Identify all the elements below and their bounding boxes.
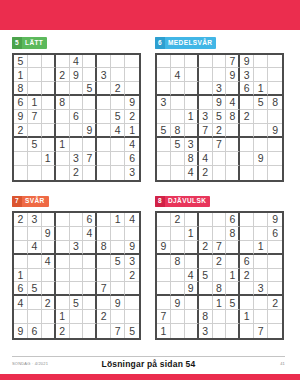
- sudoku-cell: 3: [125, 166, 139, 180]
- sudoku-cell: 8: [56, 96, 70, 110]
- sudoku-cell: [199, 296, 213, 310]
- sudoku-cell: [97, 110, 111, 124]
- sudoku-cell: 8: [171, 255, 185, 269]
- sudoku-cell: [70, 82, 84, 96]
- sudoku-cell: [171, 152, 185, 166]
- sudoku-cell: 2: [70, 166, 84, 180]
- sudoku-cell: [111, 282, 125, 296]
- sudoku-cell: [157, 227, 171, 241]
- sudoku-cell: [268, 138, 282, 152]
- sudoku-cell: 3: [240, 68, 254, 82]
- sudoku-cell: [97, 255, 111, 269]
- sudoku-grid-medelsvar: 7949336139458135825872953784942: [155, 53, 284, 182]
- sudoku-cell: 7: [199, 124, 213, 138]
- sudoku-cell: [171, 82, 185, 96]
- sudoku-cell: 8: [171, 124, 185, 138]
- sudoku-cell: [28, 296, 42, 310]
- sudoku-cell: [268, 241, 282, 255]
- sudoku-cell: [171, 110, 185, 124]
- sudoku-cell: [28, 55, 42, 69]
- sudoku-cell: [83, 269, 97, 283]
- sudoku-cell: [171, 227, 185, 241]
- sudoku-cell: 5: [111, 255, 125, 269]
- sudoku-cell: [14, 166, 28, 180]
- sudoku-cell: 5: [83, 82, 97, 96]
- sudoku-cell: [157, 138, 171, 152]
- sudoku-cell: 8: [268, 96, 282, 110]
- sudoku-cell: [111, 227, 125, 241]
- sudoku-cell: [240, 166, 254, 180]
- sudoku-cell: [14, 310, 28, 324]
- sudoku-cell: [226, 166, 240, 180]
- difficulty-badge-latt: 5 LÄTT: [12, 37, 47, 49]
- sudoku-cell: [226, 124, 240, 138]
- sudoku-cell: 1: [254, 82, 268, 96]
- sudoku-cell: [42, 124, 56, 138]
- sudoku-cell: [268, 152, 282, 166]
- sudoku-cell: [171, 269, 185, 283]
- sudoku-cell: 1: [157, 324, 171, 338]
- difficulty-label: DJÄVULSK: [165, 196, 210, 208]
- sudoku-cell: [125, 227, 139, 241]
- sudoku-cell: 9: [70, 68, 84, 82]
- sudoku-cell: [56, 82, 70, 96]
- difficulty-number: 6: [155, 37, 165, 49]
- sudoku-cell: [157, 55, 171, 69]
- sudoku-cell: 4: [83, 227, 97, 241]
- sudoku-cell: 2: [14, 124, 28, 138]
- puzzle-area: 5 LÄTT 5412938526189976522941514137623 6…: [0, 30, 300, 340]
- sudoku-cell: [157, 68, 171, 82]
- sudoku-cell: [28, 68, 42, 82]
- sudoku-cell: [42, 68, 56, 82]
- sudoku-cell: [111, 166, 125, 180]
- sudoku-cell: [199, 96, 213, 110]
- sudoku-cell: [111, 241, 125, 255]
- sudoku-cell: 5: [14, 55, 28, 69]
- sudoku-cell: 4: [185, 166, 199, 180]
- sudoku-cell: 1: [14, 68, 28, 82]
- sudoku-cell: 1: [56, 138, 70, 152]
- sudoku-cell: [70, 227, 84, 241]
- sudoku-cell: [111, 138, 125, 152]
- sudoku-cell: 2: [14, 213, 28, 227]
- sudoku-cell: [213, 324, 227, 338]
- sudoku-cell: 5: [125, 324, 139, 338]
- sudoku-cell: [42, 324, 56, 338]
- difficulty-badge-djavulsk: 8 DJÄVULSK: [155, 196, 210, 208]
- sudoku-cell: [226, 310, 240, 324]
- sudoku-cell: 3: [70, 152, 84, 166]
- sudoku-cell: [185, 124, 199, 138]
- sudoku-cell: [97, 269, 111, 283]
- sudoku-cell: 2: [42, 296, 56, 310]
- sudoku-cell: [97, 82, 111, 96]
- sudoku-cell: 6: [14, 96, 28, 110]
- sudoku-cell: [83, 110, 97, 124]
- sudoku-cell: 4: [125, 213, 139, 227]
- sudoku-cell: [185, 55, 199, 69]
- sudoku-cell: [199, 82, 213, 96]
- sudoku-cell: 2: [213, 255, 227, 269]
- sudoku-cell: 3: [199, 110, 213, 124]
- sudoku-cell: [28, 310, 42, 324]
- sudoku-cell: [185, 241, 199, 255]
- sudoku-cell: [157, 110, 171, 124]
- sudoku-cell: [226, 282, 240, 296]
- sudoku-cell: [226, 138, 240, 152]
- sudoku-cell: [56, 282, 70, 296]
- sudoku-cell: [70, 255, 84, 269]
- sudoku-cell: 3: [157, 96, 171, 110]
- sudoku-cell: [157, 152, 171, 166]
- sudoku-cell: 1: [14, 269, 28, 283]
- sudoku-cell: [28, 152, 42, 166]
- sudoku-cell: [97, 324, 111, 338]
- sudoku-grid-djavulsk: 269186927182645129839152781137: [155, 211, 284, 340]
- sudoku-cell: 5: [70, 296, 84, 310]
- difficulty-number: 8: [155, 196, 165, 208]
- sudoku-cell: 7: [111, 324, 125, 338]
- sudoku-cell: [83, 282, 97, 296]
- sudoku-cell: [254, 138, 268, 152]
- sudoku-cell: [28, 166, 42, 180]
- sudoku-cell: 6: [28, 324, 42, 338]
- sudoku-cell: 5: [28, 138, 42, 152]
- sudoku-cell: 7: [213, 241, 227, 255]
- bottom-accent-bar: [0, 374, 300, 380]
- sudoku-cell: [97, 55, 111, 69]
- puzzle-block-latt: 5 LÄTT 5412938526189976522941514137623: [12, 37, 141, 182]
- sudoku-grid-latt: 5412938526189976522941514137623: [12, 53, 141, 182]
- sudoku-cell: [14, 255, 28, 269]
- sudoku-cell: [213, 227, 227, 241]
- sudoku-cell: [125, 82, 139, 96]
- sudoku-cell: 7: [254, 324, 268, 338]
- sudoku-cell: 8: [199, 310, 213, 324]
- sudoku-cell: [97, 138, 111, 152]
- sudoku-cell: 7: [226, 55, 240, 69]
- sudoku-cell: 4: [111, 124, 125, 138]
- sudoku-cell: [185, 310, 199, 324]
- difficulty-badge-medelsvar: 6 MEDELSVÅR: [155, 37, 216, 49]
- top-accent-bar: [0, 0, 300, 30]
- sudoku-cell: [185, 213, 199, 227]
- sudoku-cell: 5: [157, 124, 171, 138]
- sudoku-cell: [28, 255, 42, 269]
- sudoku-cell: [254, 68, 268, 82]
- sudoku-cell: 2: [240, 269, 254, 283]
- difficulty-label: LÄTT: [22, 37, 47, 49]
- sudoku-cell: 1: [240, 310, 254, 324]
- sudoku-cell: 2: [56, 68, 70, 82]
- sudoku-cell: [42, 310, 56, 324]
- sudoku-cell: [83, 166, 97, 180]
- sudoku-cell: [185, 324, 199, 338]
- sudoku-cell: 6: [240, 82, 254, 96]
- sudoku-cell: 1: [185, 110, 199, 124]
- sudoku-cell: 2: [199, 241, 213, 255]
- sudoku-cell: [125, 282, 139, 296]
- sudoku-cell: 8: [97, 241, 111, 255]
- sudoku-cell: 7: [28, 110, 42, 124]
- sudoku-cell: [185, 96, 199, 110]
- sudoku-cell: [254, 213, 268, 227]
- sudoku-cell: [97, 213, 111, 227]
- sudoku-cell: [171, 96, 185, 110]
- puzzle-block-djavulsk: 8 DJÄVULSK 26918692718264512983915278113…: [155, 196, 284, 341]
- sudoku-cell: [56, 213, 70, 227]
- sudoku-cell: [185, 296, 199, 310]
- sudoku-cell: 8: [14, 82, 28, 96]
- sudoku-cell: [42, 138, 56, 152]
- sudoku-cell: [268, 68, 282, 82]
- sudoku-cell: [14, 152, 28, 166]
- sudoku-cell: 7: [97, 282, 111, 296]
- sudoku-cell: [42, 96, 56, 110]
- sudoku-cell: [268, 110, 282, 124]
- sudoku-cell: 9: [157, 241, 171, 255]
- sudoku-cell: [111, 96, 125, 110]
- sudoku-cell: [226, 324, 240, 338]
- sudoku-cell: 9: [171, 296, 185, 310]
- sudoku-cell: [42, 166, 56, 180]
- sudoku-cell: 9: [125, 96, 139, 110]
- sudoku-cell: 1: [56, 310, 70, 324]
- sudoku-cell: 3: [185, 138, 199, 152]
- sudoku-cell: [213, 269, 227, 283]
- sudoku-cell: 9: [185, 282, 199, 296]
- sudoku-cell: [240, 152, 254, 166]
- sudoku-cell: 3: [70, 241, 84, 255]
- sudoku-cell: 4: [199, 152, 213, 166]
- sudoku-cell: 7: [213, 138, 227, 152]
- sudoku-cell: [157, 213, 171, 227]
- sudoku-cell: [268, 166, 282, 180]
- sudoku-cell: [254, 269, 268, 283]
- sudoku-cell: [157, 282, 171, 296]
- sudoku-cell: 9: [125, 241, 139, 255]
- sudoku-cell: [56, 166, 70, 180]
- sudoku-cell: [199, 255, 213, 269]
- sudoku-cell: 9: [111, 296, 125, 310]
- sudoku-cell: 2: [199, 166, 213, 180]
- sudoku-cell: 6: [70, 110, 84, 124]
- sudoku-cell: [70, 310, 84, 324]
- sudoku-cell: 2: [240, 110, 254, 124]
- sudoku-cell: 4: [185, 269, 199, 283]
- sudoku-cell: [226, 241, 240, 255]
- sudoku-cell: [199, 55, 213, 69]
- sudoku-cell: 9: [83, 124, 97, 138]
- sudoku-cell: [42, 282, 56, 296]
- sudoku-cell: [42, 269, 56, 283]
- sudoku-cell: [14, 227, 28, 241]
- sudoku-cell: 4: [70, 55, 84, 69]
- sudoku-cell: 2: [268, 296, 282, 310]
- sudoku-cell: [83, 55, 97, 69]
- sudoku-cell: 6: [83, 213, 97, 227]
- sudoku-cell: 7: [83, 152, 97, 166]
- sudoku-cell: [240, 324, 254, 338]
- sudoku-cell: [213, 310, 227, 324]
- sudoku-cell: 8: [213, 282, 227, 296]
- sudoku-cell: 2: [213, 124, 227, 138]
- sudoku-cell: 9: [254, 152, 268, 166]
- sudoku-cell: [254, 124, 268, 138]
- sudoku-cell: [70, 213, 84, 227]
- sudoku-cell: [226, 152, 240, 166]
- sudoku-cell: 5: [171, 138, 185, 152]
- sudoku-cell: 4: [171, 68, 185, 82]
- sudoku-cell: 5: [226, 296, 240, 310]
- sudoku-cell: [83, 324, 97, 338]
- sudoku-cell: [254, 255, 268, 269]
- sudoku-cell: [56, 227, 70, 241]
- sudoku-cell: [83, 296, 97, 310]
- sudoku-cell: 2: [97, 310, 111, 324]
- sudoku-cell: 2: [125, 110, 139, 124]
- sudoku-cell: [42, 110, 56, 124]
- sudoku-cell: [240, 124, 254, 138]
- sudoku-cell: 3: [97, 68, 111, 82]
- difficulty-label: SVÅR: [22, 196, 49, 208]
- sudoku-cell: [240, 296, 254, 310]
- sudoku-cell: [199, 282, 213, 296]
- difficulty-label: MEDELSVÅR: [165, 37, 216, 49]
- sudoku-cell: 4: [42, 255, 56, 269]
- sudoku-cell: 6: [125, 152, 139, 166]
- sudoku-cell: 4: [14, 296, 28, 310]
- sudoku-cell: [268, 269, 282, 283]
- sudoku-cell: [111, 152, 125, 166]
- sudoku-cell: [240, 138, 254, 152]
- sudoku-cell: 1: [111, 213, 125, 227]
- sudoku-cell: [28, 227, 42, 241]
- sudoku-cell: [171, 166, 185, 180]
- sudoku-cell: [56, 55, 70, 69]
- sudoku-cell: 2: [111, 82, 125, 96]
- sudoku-cell: 6: [226, 213, 240, 227]
- sudoku-grid-svar: 236149443894531265742591296275: [12, 211, 141, 340]
- sudoku-cell: [14, 241, 28, 255]
- sudoku-cell: [254, 166, 268, 180]
- sudoku-cell: [240, 241, 254, 255]
- sudoku-cell: [171, 282, 185, 296]
- sudoku-cell: 5: [111, 110, 125, 124]
- sudoku-cell: [42, 213, 56, 227]
- sudoku-cell: [125, 296, 139, 310]
- sudoku-cell: [213, 213, 227, 227]
- sudoku-cell: [97, 296, 111, 310]
- sudoku-cell: [254, 310, 268, 324]
- sudoku-cell: [97, 227, 111, 241]
- sudoku-cell: 2: [171, 213, 185, 227]
- sudoku-cell: [56, 241, 70, 255]
- sudoku-cell: [125, 310, 139, 324]
- sudoku-cell: [185, 82, 199, 96]
- sudoku-cell: [268, 282, 282, 296]
- sudoku-cell: 5: [199, 269, 213, 283]
- sudoku-cell: 9: [268, 124, 282, 138]
- sudoku-cell: 3: [213, 82, 227, 96]
- sudoku-cell: [157, 82, 171, 96]
- page-footer: SÖNDAG · 4/2021 Lösningar på sidan 54 41: [12, 356, 285, 366]
- sudoku-cell: [14, 138, 28, 152]
- sudoku-cell: [83, 138, 97, 152]
- difficulty-number: 5: [12, 37, 22, 49]
- sudoku-cell: [171, 310, 185, 324]
- sudoku-cell: [83, 310, 97, 324]
- sudoku-cell: [185, 255, 199, 269]
- sudoku-cell: 3: [28, 213, 42, 227]
- sudoku-cell: [83, 241, 97, 255]
- difficulty-number: 7: [12, 196, 22, 208]
- sudoku-cell: [83, 255, 97, 269]
- sudoku-cell: [70, 138, 84, 152]
- sudoku-cell: 9: [240, 55, 254, 69]
- sudoku-cell: [83, 96, 97, 110]
- sudoku-cell: 9: [213, 96, 227, 110]
- sudoku-cell: [254, 110, 268, 124]
- sudoku-cell: [171, 324, 185, 338]
- sudoku-cell: [111, 310, 125, 324]
- sudoku-cell: [213, 55, 227, 69]
- sudoku-cell: [157, 296, 171, 310]
- sudoku-cell: 1: [185, 227, 199, 241]
- sudoku-cell: [254, 55, 268, 69]
- sudoku-cell: [254, 296, 268, 310]
- sudoku-cell: [213, 166, 227, 180]
- sudoku-cell: 9: [268, 213, 282, 227]
- sudoku-cell: [185, 68, 199, 82]
- sudoku-cell: 9: [226, 68, 240, 82]
- sudoku-cell: [28, 269, 42, 283]
- sudoku-cell: [97, 124, 111, 138]
- puzzle-block-svar: 7 SVÅR 236149443894531265742591296275: [12, 196, 141, 341]
- sudoku-cell: 8: [226, 227, 240, 241]
- sudoku-cell: 3: [199, 324, 213, 338]
- sudoku-cell: 4: [125, 138, 139, 152]
- sudoku-cell: [70, 282, 84, 296]
- sudoku-cell: [111, 269, 125, 283]
- sudoku-cell: 1: [42, 152, 56, 166]
- sudoku-cell: 1: [226, 269, 240, 283]
- sudoku-cell: [70, 124, 84, 138]
- sudoku-cell: 4: [28, 241, 42, 255]
- sudoku-cell: [125, 55, 139, 69]
- sudoku-cell: 3: [125, 255, 139, 269]
- sudoku-cell: 5: [28, 282, 42, 296]
- sudoku-cell: 6: [240, 255, 254, 269]
- sudoku-cell: 9: [14, 324, 28, 338]
- sudoku-cell: [213, 68, 227, 82]
- sudoku-cell: [199, 213, 213, 227]
- sudoku-cell: [240, 213, 254, 227]
- sudoku-cell: [226, 82, 240, 96]
- sudoku-cell: [56, 152, 70, 166]
- sudoku-cell: 1: [254, 241, 268, 255]
- sudoku-cell: 2: [125, 269, 139, 283]
- sudoku-cell: 5: [254, 96, 268, 110]
- sudoku-cell: [111, 55, 125, 69]
- sudoku-cell: [83, 68, 97, 82]
- sudoku-cell: [28, 124, 42, 138]
- sudoku-cell: 7: [157, 310, 171, 324]
- solutions-note: Lösningar på sidan 54: [12, 359, 285, 369]
- sudoku-cell: [111, 68, 125, 82]
- sudoku-cell: [70, 96, 84, 110]
